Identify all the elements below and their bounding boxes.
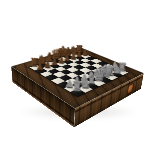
piece-white-bishop-c1: ♝	[85, 72, 99, 87]
piece-black-pawn-g7: ♟	[74, 50, 85, 58]
piece-white-pawn-h2: ♟	[109, 61, 121, 70]
piece-black-knight-g8: ♞	[68, 45, 79, 56]
brass-latch-icon	[127, 83, 134, 95]
piece-black-queen-d8: ♛	[50, 48, 62, 62]
perspective-stage: ♜♞♝♛♚♝♞♜♟♟♟♟♟♟♟♟♟♟♟♟♟♟♟♟♜♞♝♛♚♝♞♜	[0, 0, 160, 160]
chess-box: ♜♞♝♛♚♝♞♜♟♟♟♟♟♟♟♟♟♟♟♟♟♟♟♟♜♞♝♛♚♝♞♜	[11, 47, 144, 109]
piece-white-queen-d1: ♛	[91, 67, 105, 84]
piece-black-king-e8: ♚	[56, 45, 68, 60]
box-top-wood-frame: ♜♞♝♛♚♝♞♜♟♟♟♟♟♟♟♟♟♟♟♟♟♟♟♟♜♞♝♛♚♝♞♜	[11, 47, 144, 109]
piece-black-pawn-h7: ♟	[79, 48, 90, 56]
piece-black-rook-h8: ♜	[74, 44, 85, 54]
chess-set-photo: ♜♞♝♛♚♝♞♜♟♟♟♟♟♟♟♟♟♟♟♟♟♟♟♟♜♞♝♛♚♝♞♜	[0, 0, 160, 160]
piece-black-bishop-f8: ♝	[62, 46, 73, 58]
